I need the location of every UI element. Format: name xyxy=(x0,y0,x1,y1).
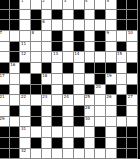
black-cell xyxy=(0,149,9,159)
clue-number: 27 xyxy=(128,95,133,99)
white-cell[interactable]: 6 xyxy=(42,20,52,30)
black-cell xyxy=(117,149,127,159)
black-cell xyxy=(95,63,105,73)
white-cell[interactable] xyxy=(63,74,73,84)
black-cell xyxy=(10,127,20,137)
white-cell[interactable] xyxy=(74,0,84,9)
white-cell[interactable] xyxy=(85,20,95,30)
white-cell[interactable] xyxy=(10,95,20,105)
white-cell[interactable] xyxy=(85,127,95,137)
black-cell xyxy=(74,117,84,127)
black-cell xyxy=(0,63,9,73)
white-cell[interactable] xyxy=(74,149,84,159)
white-cell[interactable]: 13 xyxy=(52,52,62,62)
clue-number: 28 xyxy=(85,106,90,110)
white-cell[interactable] xyxy=(52,63,62,73)
white-cell[interactable]: 1 xyxy=(20,0,30,9)
white-cell[interactable] xyxy=(63,127,73,137)
white-cell[interactable] xyxy=(42,138,52,148)
white-cell[interactable] xyxy=(63,149,73,159)
black-cell xyxy=(117,138,127,148)
clue-number: 10 xyxy=(128,31,133,35)
crossword-screen: 1234567891011121314151617181920212223242… xyxy=(0,0,140,159)
white-cell[interactable] xyxy=(85,138,95,148)
white-cell[interactable] xyxy=(127,117,137,127)
white-cell[interactable] xyxy=(106,20,116,30)
black-cell xyxy=(95,127,105,137)
white-cell[interactable]: 19 xyxy=(106,74,116,84)
clue-number: 2 xyxy=(42,0,45,3)
white-cell[interactable] xyxy=(31,52,41,62)
white-cell[interactable] xyxy=(85,42,95,52)
white-cell[interactable] xyxy=(20,117,30,127)
clue-number: 31 xyxy=(21,127,26,131)
white-cell[interactable] xyxy=(117,31,127,41)
black-cell xyxy=(95,31,105,41)
white-cell[interactable] xyxy=(74,63,84,73)
white-cell[interactable]: 24 xyxy=(63,95,73,105)
white-cell[interactable]: 3 xyxy=(63,0,73,9)
white-cell[interactable] xyxy=(20,106,30,116)
clue-number: 17 xyxy=(0,74,5,78)
black-cell xyxy=(85,85,95,95)
white-cell[interactable]: 2 xyxy=(42,0,52,9)
clue-number: 3 xyxy=(64,0,67,3)
white-cell[interactable] xyxy=(31,0,41,9)
white-cell[interactable] xyxy=(85,52,95,62)
clue-number: 7 xyxy=(0,31,2,35)
white-cell[interactable] xyxy=(63,20,73,30)
white-cell[interactable] xyxy=(20,138,30,148)
white-cell[interactable] xyxy=(63,10,73,20)
white-cell[interactable] xyxy=(52,0,62,9)
black-cell xyxy=(10,20,20,30)
white-cell[interactable] xyxy=(20,74,30,84)
black-cell xyxy=(0,0,9,9)
black-cell xyxy=(31,85,41,95)
black-cell xyxy=(74,42,84,52)
clue-number: 11 xyxy=(21,42,26,46)
clue-number: 6 xyxy=(42,20,45,24)
white-cell[interactable] xyxy=(0,52,9,62)
black-cell xyxy=(117,0,127,9)
white-cell[interactable]: 31 xyxy=(20,127,30,137)
white-cell[interactable] xyxy=(117,63,127,73)
clue-number: 9 xyxy=(106,31,109,35)
crossword-grid: 1234567891011121314151617181920212223242… xyxy=(0,0,138,159)
white-cell[interactable] xyxy=(52,85,62,95)
white-cell[interactable] xyxy=(106,52,116,62)
white-cell[interactable] xyxy=(74,74,84,84)
black-cell xyxy=(10,52,20,62)
clue-number: 15 xyxy=(117,52,122,56)
white-cell[interactable] xyxy=(106,138,116,148)
white-cell[interactable] xyxy=(31,63,41,73)
clue-number: 21 xyxy=(0,95,5,99)
clue-number: 5 xyxy=(106,0,109,3)
black-cell xyxy=(42,63,52,73)
black-cell xyxy=(117,127,127,137)
white-cell[interactable] xyxy=(127,106,137,116)
white-cell[interactable] xyxy=(0,42,9,52)
black-cell xyxy=(127,0,137,9)
clue-number: 12 xyxy=(21,52,26,56)
black-cell xyxy=(0,127,9,137)
white-cell[interactable] xyxy=(63,138,73,148)
white-cell[interactable]: 21 xyxy=(0,95,9,105)
white-cell[interactable]: 4 xyxy=(85,0,95,9)
black-cell xyxy=(0,20,9,30)
white-cell[interactable]: 20 xyxy=(95,85,105,95)
white-cell[interactable] xyxy=(52,127,62,137)
clue-number: 22 xyxy=(21,95,26,99)
white-cell[interactable]: 11 xyxy=(20,42,30,52)
clue-number: 8 xyxy=(32,31,35,35)
white-cell[interactable] xyxy=(117,85,127,95)
black-cell xyxy=(95,138,105,148)
black-cell xyxy=(10,149,20,159)
white-cell[interactable]: 25 xyxy=(85,95,95,105)
white-cell[interactable] xyxy=(31,95,41,105)
white-cell[interactable]: 29 xyxy=(0,117,9,127)
white-cell[interactable]: 9 xyxy=(106,31,116,41)
black-cell xyxy=(117,42,127,52)
clue-number: 13 xyxy=(53,52,58,56)
white-cell[interactable] xyxy=(42,106,52,116)
white-cell[interactable]: 8 xyxy=(31,31,41,41)
white-cell[interactable] xyxy=(127,74,137,84)
white-cell[interactable]: 5 xyxy=(106,0,116,9)
clue-number: 20 xyxy=(96,85,101,89)
white-cell[interactable] xyxy=(95,95,105,105)
white-cell[interactable] xyxy=(95,20,105,30)
clue-number: 25 xyxy=(85,95,90,99)
white-cell[interactable] xyxy=(10,31,20,41)
white-cell[interactable]: 12 xyxy=(20,52,30,62)
black-cell xyxy=(31,117,41,127)
black-cell xyxy=(20,85,30,95)
clue-number: 29 xyxy=(0,117,5,121)
black-cell xyxy=(74,10,84,20)
white-cell[interactable] xyxy=(85,10,95,20)
black-cell xyxy=(42,85,52,95)
clue-number: 32 xyxy=(21,149,26,153)
black-cell xyxy=(0,10,9,20)
white-cell[interactable] xyxy=(52,20,62,30)
white-cell[interactable] xyxy=(20,10,30,20)
white-cell[interactable] xyxy=(74,85,84,95)
black-cell xyxy=(117,20,127,30)
white-cell[interactable]: 18 xyxy=(42,74,52,84)
clue-number: 19 xyxy=(106,74,111,78)
white-cell[interactable] xyxy=(106,149,116,159)
black-cell xyxy=(95,10,105,20)
black-cell xyxy=(117,10,127,20)
white-cell[interactable] xyxy=(52,95,62,105)
black-cell xyxy=(117,95,127,105)
black-cell xyxy=(10,10,20,20)
black-cell xyxy=(63,63,73,73)
white-cell[interactable] xyxy=(106,117,116,127)
white-cell[interactable] xyxy=(106,106,116,116)
black-cell xyxy=(127,63,137,73)
white-cell[interactable] xyxy=(20,20,30,30)
white-cell[interactable] xyxy=(42,117,52,127)
clue-number: 30 xyxy=(85,117,90,121)
white-cell[interactable] xyxy=(85,31,95,41)
black-cell xyxy=(31,106,41,116)
white-cell[interactable]: 10 xyxy=(127,31,137,41)
white-cell[interactable] xyxy=(52,149,62,159)
white-cell[interactable] xyxy=(42,42,52,52)
black-cell xyxy=(52,10,62,20)
black-cell xyxy=(127,85,137,95)
black-cell xyxy=(52,31,62,41)
black-cell xyxy=(10,0,20,9)
clue-number: 16 xyxy=(10,63,15,67)
black-cell xyxy=(20,63,30,73)
white-cell[interactable]: 15 xyxy=(117,52,127,62)
black-cell xyxy=(10,106,20,116)
clue-number: 26 xyxy=(106,95,111,99)
white-cell[interactable] xyxy=(63,117,73,127)
white-cell[interactable] xyxy=(95,117,105,127)
black-cell xyxy=(74,31,84,41)
black-cell xyxy=(31,10,41,20)
white-cell[interactable] xyxy=(10,85,20,95)
black-cell xyxy=(74,106,84,116)
black-cell xyxy=(63,85,73,95)
white-cell[interactable] xyxy=(95,149,105,159)
white-cell[interactable] xyxy=(31,127,41,137)
white-cell[interactable]: 28 xyxy=(85,106,95,116)
white-cell[interactable]: 27 xyxy=(127,95,137,105)
white-cell[interactable] xyxy=(42,149,52,159)
white-cell[interactable] xyxy=(63,106,73,116)
black-cell xyxy=(10,42,20,52)
black-cell xyxy=(31,74,41,84)
white-cell[interactable] xyxy=(20,31,30,41)
white-cell[interactable]: 16 xyxy=(10,63,20,73)
black-cell xyxy=(95,74,105,84)
white-cell[interactable] xyxy=(10,117,20,127)
black-cell xyxy=(85,63,95,73)
black-cell xyxy=(95,42,105,52)
black-cell xyxy=(74,138,84,148)
white-cell[interactable] xyxy=(63,52,73,62)
white-cell[interactable] xyxy=(85,74,95,84)
white-cell[interactable] xyxy=(95,52,105,62)
black-cell xyxy=(10,138,20,148)
black-cell xyxy=(52,42,62,52)
black-cell xyxy=(106,85,116,95)
white-cell[interactable] xyxy=(42,127,52,137)
black-cell xyxy=(127,127,137,137)
white-cell[interactable] xyxy=(42,52,52,62)
white-cell[interactable] xyxy=(63,42,73,52)
white-cell[interactable] xyxy=(52,74,62,84)
white-cell[interactable] xyxy=(85,149,95,159)
black-cell xyxy=(52,138,62,148)
white-cell[interactable] xyxy=(0,106,9,116)
white-cell[interactable] xyxy=(95,0,105,9)
white-cell[interactable] xyxy=(106,127,116,137)
white-cell[interactable] xyxy=(127,42,137,52)
white-cell[interactable] xyxy=(74,20,84,30)
white-cell[interactable] xyxy=(74,127,84,137)
white-cell[interactable]: 22 xyxy=(20,95,30,105)
white-cell[interactable] xyxy=(10,74,20,84)
white-cell[interactable] xyxy=(117,74,127,84)
black-cell xyxy=(127,10,137,20)
black-cell xyxy=(0,85,9,95)
black-cell xyxy=(127,20,137,30)
white-cell[interactable]: 7 xyxy=(0,31,9,41)
white-cell[interactable] xyxy=(127,52,137,62)
clue-number: 18 xyxy=(42,74,47,78)
black-cell xyxy=(0,138,9,148)
white-cell[interactable]: 32 xyxy=(20,149,30,159)
white-cell[interactable] xyxy=(31,42,41,52)
white-cell[interactable] xyxy=(42,10,52,20)
white-cell[interactable]: 23 xyxy=(42,95,52,105)
white-cell[interactable]: 14 xyxy=(74,52,84,62)
white-cell[interactable]: 26 xyxy=(106,95,116,105)
black-cell xyxy=(127,138,137,148)
black-cell xyxy=(106,63,116,73)
black-cell xyxy=(127,149,137,159)
white-cell[interactable] xyxy=(63,31,73,41)
white-cell[interactable] xyxy=(106,10,116,20)
clue-number: 24 xyxy=(64,95,69,99)
white-cell[interactable] xyxy=(42,31,52,41)
black-cell xyxy=(117,106,127,116)
white-cell[interactable] xyxy=(117,117,127,127)
black-cell xyxy=(31,138,41,148)
white-cell[interactable] xyxy=(95,106,105,116)
black-cell xyxy=(31,20,41,30)
white-cell[interactable] xyxy=(106,42,116,52)
clue-number: 4 xyxy=(85,0,88,3)
black-cell xyxy=(52,106,62,116)
clue-number: 23 xyxy=(42,95,47,99)
white-cell[interactable] xyxy=(31,149,41,159)
white-cell[interactable]: 30 xyxy=(85,117,95,127)
white-cell[interactable]: 17 xyxy=(0,74,9,84)
clue-number: 14 xyxy=(74,52,79,56)
clue-number: 1 xyxy=(21,0,24,3)
black-cell xyxy=(52,117,62,127)
white-cell[interactable] xyxy=(74,95,84,105)
